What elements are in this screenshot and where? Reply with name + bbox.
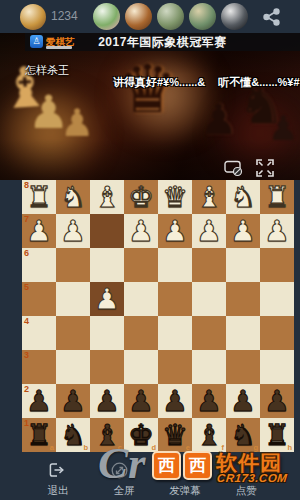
piece-light-p: ♟ — [192, 214, 226, 248]
piece-dark-p: ♟ — [158, 384, 192, 418]
bottom-bar: 退出 全屏 发弹幕 点赞 — [0, 452, 300, 500]
square-d8[interactable]: ♚ — [124, 180, 158, 214]
square-c3[interactable] — [90, 350, 124, 384]
piece-dark-p: ♟ — [56, 384, 90, 418]
green-hair-bunny-avatar[interactable] — [93, 3, 120, 30]
square-b4[interactable] — [56, 316, 90, 350]
square-d6[interactable] — [124, 248, 158, 282]
piece-light-p: ♟ — [56, 214, 90, 248]
square-b7[interactable]: ♟ — [56, 214, 90, 248]
square-f4[interactable] — [192, 316, 226, 350]
square-g1[interactable]: g♞ — [226, 418, 260, 452]
exit-icon[interactable] — [48, 462, 65, 478]
danmaku-comment: 讲得真好#¥%......& — [113, 75, 205, 90]
piece-dark-r: ♜ — [260, 418, 294, 452]
square-e5[interactable] — [158, 282, 192, 316]
piece-light-q: ♛ — [158, 180, 192, 214]
danmaku-comments: 讲得真好#¥%......&听不懂&......%¥# — [113, 75, 300, 90]
square-g2[interactable]: ♟ — [226, 384, 260, 418]
piece-dark-p: ♟ — [90, 384, 124, 418]
piece-dark-q: ♛ — [158, 418, 192, 452]
rank-label: 3 — [24, 351, 29, 360]
piece-dark-p: ♟ — [22, 384, 56, 418]
piece-light-p: ♟ — [22, 214, 56, 248]
square-e4[interactable] — [158, 316, 192, 350]
square-d1[interactable]: d♚ — [124, 418, 158, 452]
piece-dark-p: ♟ — [192, 384, 226, 418]
square-h6[interactable] — [260, 248, 294, 282]
square-f1[interactable]: f♝ — [192, 418, 226, 452]
piece-dark-n: ♞ — [226, 418, 260, 452]
send-danmaku-button[interactable]: 发弹幕 — [160, 484, 210, 498]
square-f5[interactable] — [192, 282, 226, 316]
square-g4[interactable] — [226, 316, 260, 350]
square-a4[interactable]: 4 — [22, 316, 56, 350]
piece-dark-p: ♟ — [124, 384, 158, 418]
chess-board: 8♜♞♝♚♛♝♞♜7♟♟♟♟♟♟♟65♟432♟♟♟♟♟♟♟♟1a♜b♞c♝d♚… — [22, 180, 294, 452]
square-e7[interactable]: ♟ — [158, 214, 192, 248]
square-a8[interactable]: 8♜ — [22, 180, 56, 214]
square-a3[interactable]: 3 — [22, 350, 56, 384]
square-f7[interactable]: ♟ — [192, 214, 226, 248]
square-c5[interactable]: ♟ — [90, 282, 124, 316]
piece-dark-b: ♝ — [90, 418, 124, 452]
square-d4[interactable] — [124, 316, 158, 350]
piece-dark-b: ♝ — [192, 418, 226, 452]
piece-light-b: ♝ — [192, 180, 226, 214]
square-e8[interactable]: ♛ — [158, 180, 192, 214]
piece-light-p: ♟ — [260, 214, 294, 248]
piece-dark-p: ♟ — [260, 384, 294, 418]
streamer-avatar[interactable] — [20, 4, 46, 30]
square-b3[interactable] — [56, 350, 90, 384]
stream-title: 2017年国际象棋冠军赛 — [25, 33, 300, 51]
rank-label: 5 — [24, 283, 29, 292]
danmaku-off-icon[interactable] — [224, 160, 243, 177]
piece-light-r: ♜ — [260, 180, 294, 214]
piece-dark-p: ♟ — [226, 384, 260, 418]
square-g8[interactable]: ♞ — [226, 180, 260, 214]
share-icon[interactable] — [262, 7, 282, 27]
top-bar: 1234 — [0, 0, 300, 33]
square-d7[interactable]: ♟ — [124, 214, 158, 248]
square-a5[interactable]: 5 — [22, 282, 56, 316]
piece-light-n: ♞ — [56, 180, 90, 214]
piece-light-p: ♟ — [226, 214, 260, 248]
danmaku-comment: 听不懂&......%¥# — [218, 75, 299, 90]
square-b1[interactable]: b♞ — [56, 418, 90, 452]
square-a2[interactable]: 2♟ — [22, 384, 56, 418]
square-c6[interactable] — [90, 248, 124, 282]
square-d5[interactable] — [124, 282, 158, 316]
piece-dark-k: ♚ — [124, 418, 158, 452]
photo-vignette — [0, 33, 300, 180]
fullscreen-icon[interactable] — [256, 159, 274, 177]
square-h4[interactable] — [260, 316, 294, 350]
chipmunk-avatar[interactable] — [125, 3, 152, 30]
app-window: 1234 ♙ 爱棋艺 2017年国际象棋冠军赛 ♝ ♟ ♟ ♛ ♟ ♞ ♟ 怎样… — [0, 0, 300, 500]
rank-label: 6 — [24, 249, 29, 258]
piece-light-r: ♜ — [22, 180, 56, 214]
lesson-tag: 怎样杀王 — [25, 63, 69, 78]
fullscreen-button[interactable]: 全屏 — [104, 484, 144, 498]
square-b2[interactable]: ♟ — [56, 384, 90, 418]
square-h1[interactable]: h♜ — [260, 418, 294, 452]
square-e2[interactable]: ♟ — [158, 384, 192, 418]
square-c4[interactable] — [90, 316, 124, 350]
green-hood-avatar[interactable] — [157, 3, 184, 30]
teal-girl-avatar[interactable] — [189, 3, 216, 30]
square-b8[interactable]: ♞ — [56, 180, 90, 214]
square-c7[interactable] — [90, 214, 124, 248]
square-f2[interactable]: ♟ — [192, 384, 226, 418]
square-e1[interactable]: e♛ — [158, 418, 192, 452]
square-d2[interactable]: ♟ — [124, 384, 158, 418]
piece-dark-r: ♜ — [22, 418, 56, 452]
piece-light-p: ♟ — [124, 214, 158, 248]
piece-light-p: ♟ — [158, 214, 192, 248]
penguin-avatar[interactable] — [221, 3, 248, 30]
square-a7[interactable]: 7♟ — [22, 214, 56, 248]
square-f3[interactable] — [192, 350, 226, 384]
square-c8[interactable]: ♝ — [90, 180, 124, 214]
square-d3[interactable] — [124, 350, 158, 384]
piece-light-b: ♝ — [90, 180, 124, 214]
piece-light-p: ♟ — [90, 282, 124, 316]
square-b5[interactable] — [56, 282, 90, 316]
fullscreen-circle-icon[interactable] — [111, 462, 128, 479]
piece-dark-n: ♞ — [56, 418, 90, 452]
square-g5[interactable] — [226, 282, 260, 316]
square-h8[interactable]: ♜ — [260, 180, 294, 214]
square-h2[interactable]: ♟ — [260, 384, 294, 418]
square-f6[interactable] — [192, 248, 226, 282]
square-h3[interactable] — [260, 350, 294, 384]
stream-banner: ♙ 爱棋艺 2017年国际象棋冠军赛 — [25, 33, 300, 51]
square-a1[interactable]: 1a♜ — [22, 418, 56, 452]
like-button[interactable]: 点赞 — [224, 484, 268, 498]
square-g6[interactable] — [226, 248, 260, 282]
rank-label: 4 — [24, 317, 29, 326]
square-c2[interactable]: ♟ — [90, 384, 124, 418]
piece-light-n: ♞ — [226, 180, 260, 214]
square-f8[interactable]: ♝ — [192, 180, 226, 214]
piece-light-k: ♚ — [124, 180, 158, 214]
video-player[interactable]: ♝ ♟ ♟ ♛ ♟ ♞ ♟ 怎样杀王 讲得真好#¥%......&听不懂&...… — [0, 33, 300, 180]
square-h7[interactable]: ♟ — [260, 214, 294, 248]
square-b6[interactable] — [56, 248, 90, 282]
square-g3[interactable] — [226, 350, 260, 384]
square-h5[interactable] — [260, 282, 294, 316]
exit-button[interactable]: 退出 — [38, 484, 78, 498]
square-e6[interactable] — [158, 248, 192, 282]
square-c1[interactable]: c♝ — [90, 418, 124, 452]
square-a6[interactable]: 6 — [22, 248, 56, 282]
square-e3[interactable] — [158, 350, 192, 384]
viewer-count: 1234 — [51, 9, 78, 23]
square-g7[interactable]: ♟ — [226, 214, 260, 248]
